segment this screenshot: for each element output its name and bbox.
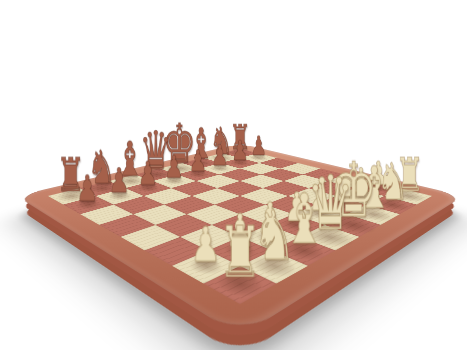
chess-scene: ♜♞♟♝♟♚♟♛♟♝♟♞♟♟♜♟♜♟♟♞♟♝♟♚♟♛♟♝♟♞♟♜ [0,0,467,350]
chess-render-canvas: ♜♞♟♝♟♚♟♛♟♝♟♞♟♟♜♟♜♟♟♞♟♝♟♚♟♛♟♝♟♞♟♜ [0,0,467,350]
piece-black-pawn-e7[interactable]: ♟ [188,146,207,176]
piece-black-pawn-d7[interactable]: ♟ [164,151,184,182]
piece-white-rook-a1[interactable]: ♜ [218,217,262,288]
piece-black-pawn-g7[interactable]: ♟ [231,136,248,163]
piece-black-pawn-h7[interactable]: ♟ [250,132,267,158]
piece-black-pawn-b7[interactable]: ♟ [108,163,129,197]
piece-black-pawn-a7[interactable]: ♟ [76,170,99,206]
piece-black-pawn-f7[interactable]: ♟ [211,141,229,170]
chess-board: ♜♞♟♝♟♚♟♛♟♝♟♞♟♟♜♟♜♟♟♞♟♝♟♚♟♛♟♝♟♞♟♜ [17,144,464,337]
piece-black-pawn-c7[interactable]: ♟ [138,157,158,190]
piece-white-pawn-a2[interactable]: ♟ [190,220,221,269]
